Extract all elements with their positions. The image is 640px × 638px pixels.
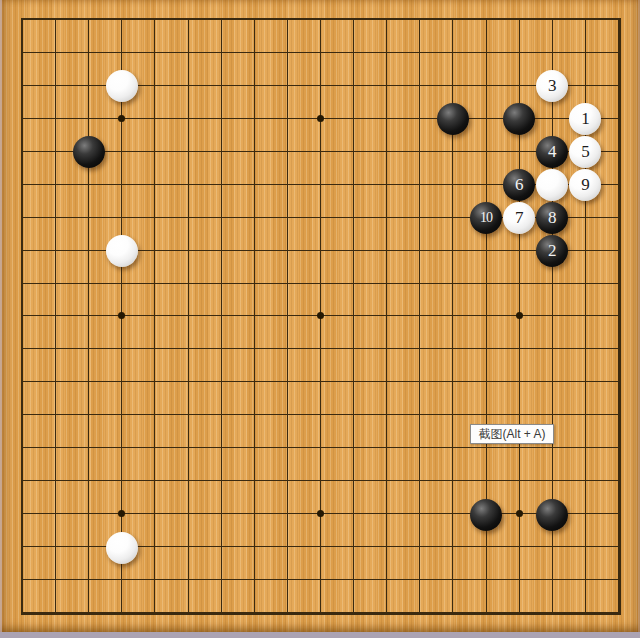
screenshot-tooltip: 截图(Alt + A) [470,424,554,444]
go-board[interactable]: 31456910782 截图(Alt + A) [0,0,640,632]
stone-black [470,499,502,531]
star-point [516,510,523,517]
stone-white [106,70,138,102]
stone-white [106,532,138,564]
stone-black-move-10: 10 [470,202,502,234]
stone-black [73,136,105,168]
stone-black [536,499,568,531]
stone-white [106,235,138,267]
star-point [317,115,324,122]
